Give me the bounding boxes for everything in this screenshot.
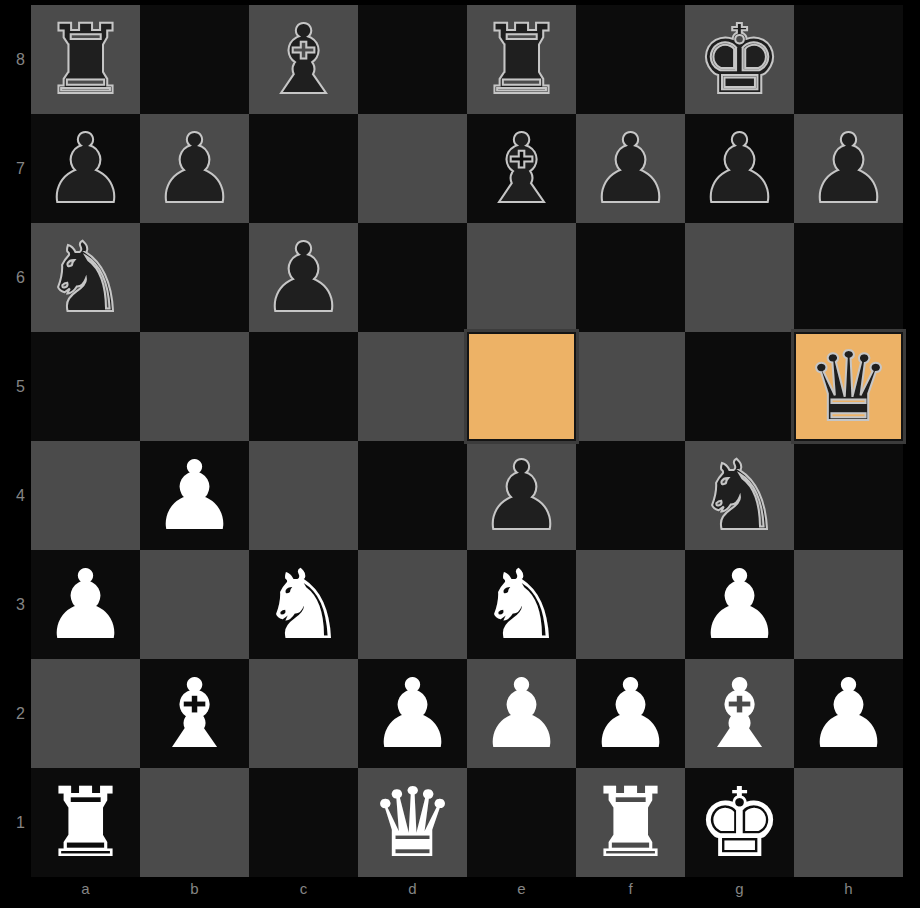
- square-g8[interactable]: ♚: [685, 5, 794, 114]
- piece-white-pawn[interactable]: ♟: [358, 659, 467, 768]
- piece-black-pawn[interactable]: ♟: [31, 114, 140, 223]
- rank-label-5: 5: [0, 332, 31, 441]
- piece-white-king[interactable]: ♚: [685, 768, 794, 877]
- piece-black-pawn[interactable]: ♟: [794, 114, 903, 223]
- square-e6[interactable]: [467, 223, 576, 332]
- piece-black-pawn[interactable]: ♟: [140, 114, 249, 223]
- file-label-d: d: [358, 877, 467, 908]
- square-g7[interactable]: ♟: [685, 114, 794, 223]
- piece-white-pawn[interactable]: ♟: [140, 441, 249, 550]
- square-c3[interactable]: ♞: [249, 550, 358, 659]
- square-b3[interactable]: [140, 550, 249, 659]
- square-d7[interactable]: [358, 114, 467, 223]
- square-a2[interactable]: [31, 659, 140, 768]
- piece-white-pawn[interactable]: ♟: [576, 659, 685, 768]
- square-e7[interactable]: ♝: [467, 114, 576, 223]
- piece-white-bishop[interactable]: ♝: [685, 659, 794, 768]
- square-b7[interactable]: ♟: [140, 114, 249, 223]
- square-g2[interactable]: ♝: [685, 659, 794, 768]
- rank-label-7: 7: [0, 114, 31, 223]
- square-c8[interactable]: ♝: [249, 5, 358, 114]
- piece-white-pawn[interactable]: ♟: [685, 550, 794, 659]
- square-e1[interactable]: [467, 768, 576, 877]
- square-g6[interactable]: [685, 223, 794, 332]
- file-label-h: h: [794, 877, 903, 908]
- rank-label-6: 6: [0, 223, 31, 332]
- square-d3[interactable]: [358, 550, 467, 659]
- square-g5[interactable]: [685, 332, 794, 441]
- piece-black-knight[interactable]: ♞: [685, 441, 794, 550]
- square-h8[interactable]: [794, 5, 903, 114]
- square-h6[interactable]: [794, 223, 903, 332]
- square-g4[interactable]: ♞: [685, 441, 794, 550]
- piece-white-rook[interactable]: ♜: [31, 768, 140, 877]
- square-a6[interactable]: ♞: [31, 223, 140, 332]
- rank-coordinates: 87654321: [0, 5, 31, 877]
- square-f1[interactable]: ♜: [576, 768, 685, 877]
- square-e2[interactable]: ♟: [467, 659, 576, 768]
- square-b4[interactable]: ♟: [140, 441, 249, 550]
- square-f5[interactable]: [576, 332, 685, 441]
- square-h2[interactable]: ♟: [794, 659, 903, 768]
- square-f4[interactable]: [576, 441, 685, 550]
- square-a3[interactable]: ♟: [31, 550, 140, 659]
- piece-white-knight[interactable]: ♞: [249, 550, 358, 659]
- piece-white-pawn[interactable]: ♟: [31, 550, 140, 659]
- square-b1[interactable]: [140, 768, 249, 877]
- square-g1[interactable]: ♚: [685, 768, 794, 877]
- file-label-c: c: [249, 877, 358, 908]
- square-c7[interactable]: [249, 114, 358, 223]
- piece-black-king[interactable]: ♚: [685, 5, 794, 114]
- rank-label-8: 8: [0, 5, 31, 114]
- square-d6[interactable]: [358, 223, 467, 332]
- square-c4[interactable]: [249, 441, 358, 550]
- square-d4[interactable]: [358, 441, 467, 550]
- square-a7[interactable]: ♟: [31, 114, 140, 223]
- square-f7[interactable]: ♟: [576, 114, 685, 223]
- square-d8[interactable]: [358, 5, 467, 114]
- square-f8[interactable]: [576, 5, 685, 114]
- square-b2[interactable]: ♝: [140, 659, 249, 768]
- square-h5[interactable]: ♛: [794, 332, 903, 441]
- piece-black-knight[interactable]: ♞: [31, 223, 140, 332]
- square-e5[interactable]: [467, 332, 576, 441]
- square-a5[interactable]: [31, 332, 140, 441]
- square-e4[interactable]: ♟: [467, 441, 576, 550]
- piece-black-bishop[interactable]: ♝: [467, 114, 576, 223]
- file-coordinates: abcdefgh: [31, 877, 903, 908]
- square-h1[interactable]: [794, 768, 903, 877]
- square-b6[interactable]: [140, 223, 249, 332]
- square-f2[interactable]: ♟: [576, 659, 685, 768]
- chess-app: 87654321 ♜♝♜♚♟♟♝♟♟♟♞♟♛♟♟♞♟♞♞♟♝♟♟♟♝♟♜♛♜♚ …: [0, 0, 920, 908]
- square-a1[interactable]: ♜: [31, 768, 140, 877]
- piece-white-pawn[interactable]: ♟: [467, 659, 576, 768]
- square-d5[interactable]: [358, 332, 467, 441]
- chess-board: ♜♝♜♚♟♟♝♟♟♟♞♟♛♟♟♞♟♞♞♟♝♟♟♟♝♟♜♛♜♚: [31, 5, 903, 877]
- square-c2[interactable]: [249, 659, 358, 768]
- file-label-a: a: [31, 877, 140, 908]
- piece-black-pawn[interactable]: ♟: [576, 114, 685, 223]
- square-c1[interactable]: [249, 768, 358, 877]
- square-e3[interactable]: ♞: [467, 550, 576, 659]
- square-h4[interactable]: [794, 441, 903, 550]
- file-label-b: b: [140, 877, 249, 908]
- piece-white-knight[interactable]: ♞: [467, 550, 576, 659]
- square-a8[interactable]: ♜: [31, 5, 140, 114]
- rank-label-4: 4: [0, 441, 31, 550]
- square-h3[interactable]: [794, 550, 903, 659]
- piece-white-queen[interactable]: ♛: [358, 768, 467, 877]
- piece-black-queen[interactable]: ♛: [794, 332, 903, 441]
- rank-label-3: 3: [0, 550, 31, 659]
- file-label-e: e: [467, 877, 576, 908]
- rank-label-1: 1: [0, 768, 31, 877]
- square-c6[interactable]: ♟: [249, 223, 358, 332]
- piece-black-bishop[interactable]: ♝: [249, 5, 358, 114]
- piece-black-pawn[interactable]: ♟: [467, 441, 576, 550]
- square-d1[interactable]: ♛: [358, 768, 467, 877]
- square-b5[interactable]: [140, 332, 249, 441]
- rank-label-2: 2: [0, 659, 31, 768]
- square-h7[interactable]: ♟: [794, 114, 903, 223]
- piece-white-rook[interactable]: ♜: [576, 768, 685, 877]
- piece-black-pawn[interactable]: ♟: [249, 223, 358, 332]
- square-a4[interactable]: [31, 441, 140, 550]
- square-b8[interactable]: [140, 5, 249, 114]
- square-e8[interactable]: ♜: [467, 5, 576, 114]
- square-f6[interactable]: [576, 223, 685, 332]
- piece-white-bishop[interactable]: ♝: [140, 659, 249, 768]
- file-label-f: f: [576, 877, 685, 908]
- piece-white-pawn[interactable]: ♟: [794, 659, 903, 768]
- square-d2[interactable]: ♟: [358, 659, 467, 768]
- square-f3[interactable]: [576, 550, 685, 659]
- square-c5[interactable]: [249, 332, 358, 441]
- square-g3[interactable]: ♟: [685, 550, 794, 659]
- piece-black-rook[interactable]: ♜: [467, 5, 576, 114]
- piece-black-pawn[interactable]: ♟: [685, 114, 794, 223]
- file-label-g: g: [685, 877, 794, 908]
- piece-black-rook[interactable]: ♜: [31, 5, 140, 114]
